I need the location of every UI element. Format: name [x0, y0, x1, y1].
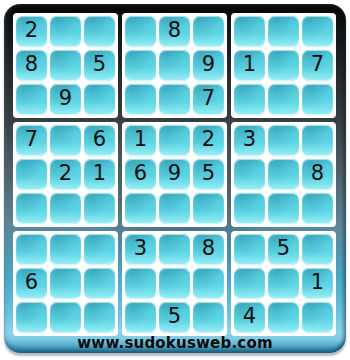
cell-r8c5[interactable] [159, 268, 190, 299]
cell-r6c8[interactable] [268, 193, 299, 224]
given-digit: 1 [311, 272, 324, 293]
cell-r8c9[interactable]: 1 [302, 268, 333, 299]
cell-r1c1[interactable]: 2 [16, 16, 47, 47]
cell-r6c6[interactable] [193, 193, 224, 224]
cell-r4c3[interactable]: 6 [84, 125, 115, 156]
cell-r9c8[interactable] [268, 302, 299, 333]
cell-r5c2[interactable]: 2 [50, 159, 81, 190]
box-3-3: 514 [231, 231, 336, 336]
given-digit: 1 [93, 163, 106, 184]
cell-r4c4[interactable]: 1 [125, 125, 156, 156]
cell-r4c8[interactable] [268, 125, 299, 156]
cell-r6c4[interactable] [125, 193, 156, 224]
sudoku-page: 285989717762112695386385514 www.sudokusw… [0, 0, 350, 360]
cell-r4c5[interactable] [159, 125, 190, 156]
cell-r7c2[interactable] [50, 234, 81, 265]
cell-r5c4[interactable]: 6 [125, 159, 156, 190]
cell-r4c2[interactable] [50, 125, 81, 156]
box-2-3: 38 [231, 122, 336, 227]
given-digit: 9 [168, 163, 181, 184]
cell-r2c3[interactable]: 5 [84, 50, 115, 81]
given-digit: 7 [311, 54, 324, 75]
cell-r8c3[interactable] [84, 268, 115, 299]
cell-r1c6[interactable] [193, 16, 224, 47]
cell-r3c5[interactable] [159, 84, 190, 115]
cell-r2c8[interactable] [268, 50, 299, 81]
given-digit: 9 [59, 88, 72, 109]
cell-r6c2[interactable] [50, 193, 81, 224]
cell-r4c7[interactable]: 3 [234, 125, 265, 156]
cell-r7c4[interactable]: 3 [125, 234, 156, 265]
cell-r8c4[interactable] [125, 268, 156, 299]
given-digit: 3 [134, 238, 147, 259]
cell-r4c6[interactable]: 2 [193, 125, 224, 156]
cell-r7c6[interactable]: 8 [193, 234, 224, 265]
cell-r4c1[interactable]: 7 [16, 125, 47, 156]
box-2-2: 12695 [122, 122, 227, 227]
cell-r5c9[interactable]: 8 [302, 159, 333, 190]
given-digit: 5 [202, 163, 215, 184]
box-3-1: 6 [13, 231, 118, 336]
given-digit: 8 [202, 238, 215, 259]
cell-r9c6[interactable] [193, 302, 224, 333]
given-digit: 5 [277, 238, 290, 259]
footer-url: www.sudokusweb.com [4, 334, 346, 352]
cell-r1c5[interactable]: 8 [159, 16, 190, 47]
cell-r2c5[interactable] [159, 50, 190, 81]
given-digit: 7 [202, 88, 215, 109]
cell-r8c7[interactable] [234, 268, 265, 299]
cell-r2c6[interactable]: 9 [193, 50, 224, 81]
box-1-3: 17 [231, 13, 336, 118]
cell-r6c3[interactable] [84, 193, 115, 224]
cell-r3c1[interactable] [16, 84, 47, 115]
cell-r7c7[interactable] [234, 234, 265, 265]
cell-r6c9[interactable] [302, 193, 333, 224]
cell-r5c5[interactable]: 9 [159, 159, 190, 190]
cell-r8c2[interactable] [50, 268, 81, 299]
given-digit: 1 [243, 54, 256, 75]
box-2-1: 7621 [13, 122, 118, 227]
cell-r7c8[interactable]: 5 [268, 234, 299, 265]
cell-r8c6[interactable] [193, 268, 224, 299]
cell-r3c6[interactable]: 7 [193, 84, 224, 115]
given-digit: 2 [25, 20, 38, 41]
box-3-2: 385 [122, 231, 227, 336]
given-digit: 6 [93, 129, 106, 150]
given-digit: 6 [25, 272, 38, 293]
cell-r1c4[interactable] [125, 16, 156, 47]
given-digit: 8 [311, 163, 324, 184]
cell-r5c7[interactable] [234, 159, 265, 190]
given-digit: 8 [168, 20, 181, 41]
cell-r1c9[interactable] [302, 16, 333, 47]
given-digit: 6 [134, 163, 147, 184]
given-digit: 2 [202, 129, 215, 150]
cell-r3c2[interactable]: 9 [50, 84, 81, 115]
cell-r4c9[interactable] [302, 125, 333, 156]
cell-r1c2[interactable] [50, 16, 81, 47]
cell-r7c3[interactable] [84, 234, 115, 265]
cell-r2c1[interactable]: 8 [16, 50, 47, 81]
given-digit: 5 [93, 54, 106, 75]
cell-r2c9[interactable]: 7 [302, 50, 333, 81]
cell-r7c5[interactable] [159, 234, 190, 265]
given-digit: 9 [202, 54, 215, 75]
cell-r2c2[interactable] [50, 50, 81, 81]
cell-r9c9[interactable] [302, 302, 333, 333]
cell-r9c2[interactable] [50, 302, 81, 333]
cell-r3c3[interactable] [84, 84, 115, 115]
cell-r9c7[interactable]: 4 [234, 302, 265, 333]
cell-r1c3[interactable] [84, 16, 115, 47]
given-digit: 8 [25, 54, 38, 75]
cell-r7c9[interactable] [302, 234, 333, 265]
cell-r6c7[interactable] [234, 193, 265, 224]
cell-r3c9[interactable] [302, 84, 333, 115]
given-digit: 1 [134, 129, 147, 150]
given-digit: 7 [25, 129, 38, 150]
cell-r9c1[interactable] [16, 302, 47, 333]
cell-r5c3[interactable]: 1 [84, 159, 115, 190]
given-digit: 4 [243, 306, 256, 327]
given-digit: 2 [59, 163, 72, 184]
cell-r5c1[interactable] [16, 159, 47, 190]
box-1-2: 897 [122, 13, 227, 118]
board-frame: 285989717762112695386385514 www.sudokusw… [4, 4, 346, 353]
cell-r5c8[interactable] [268, 159, 299, 190]
cell-r1c7[interactable] [234, 16, 265, 47]
cell-r2c4[interactable] [125, 50, 156, 81]
cell-r9c5[interactable]: 5 [159, 302, 190, 333]
given-digit: 5 [168, 306, 181, 327]
cell-r3c7[interactable] [234, 84, 265, 115]
cell-r7c1[interactable] [16, 234, 47, 265]
cell-r6c1[interactable] [16, 193, 47, 224]
cell-r6c5[interactable] [159, 193, 190, 224]
cell-r9c4[interactable] [125, 302, 156, 333]
given-digit: 3 [243, 129, 256, 150]
box-1-1: 2859 [13, 13, 118, 118]
cell-r1c8[interactable] [268, 16, 299, 47]
cell-r9c3[interactable] [84, 302, 115, 333]
cell-r2c7[interactable]: 1 [234, 50, 265, 81]
cell-r8c8[interactable] [268, 268, 299, 299]
cell-r8c1[interactable]: 6 [16, 268, 47, 299]
cell-r5c6[interactable]: 5 [193, 159, 224, 190]
sudoku-board: 285989717762112695386385514 [13, 13, 336, 336]
cell-r3c8[interactable] [268, 84, 299, 115]
cell-r3c4[interactable] [125, 84, 156, 115]
